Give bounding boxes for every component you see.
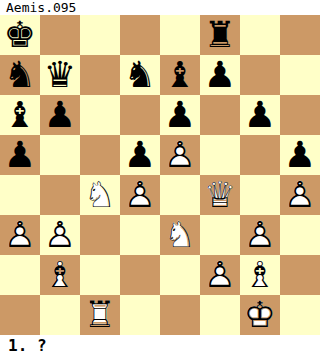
square-d3[interactable] xyxy=(120,215,160,255)
square-b5[interactable] xyxy=(40,135,80,175)
piece-outline-glyph: ♕ xyxy=(200,175,240,215)
square-d6[interactable] xyxy=(120,95,160,135)
square-a3[interactable]: ♟♙ xyxy=(0,215,40,255)
piece-fill-glyph: ♟ xyxy=(200,55,240,95)
square-a7[interactable]: ♞ xyxy=(0,55,40,95)
piece-outline-glyph: ♔ xyxy=(240,295,280,335)
square-c5[interactable] xyxy=(80,135,120,175)
piece-white-knight: ♞♘ xyxy=(160,215,200,255)
piece-black-pawn: ♟ xyxy=(240,95,280,135)
square-e5[interactable]: ♟♙ xyxy=(160,135,200,175)
square-f8[interactable]: ♜ xyxy=(200,15,240,55)
piece-fill-glyph: ♝ xyxy=(160,55,200,95)
piece-white-queen: ♛♕ xyxy=(200,175,240,215)
square-a6[interactable]: ♝ xyxy=(0,95,40,135)
square-b1[interactable] xyxy=(40,295,80,335)
piece-black-pawn: ♟ xyxy=(200,55,240,95)
square-b4[interactable] xyxy=(40,175,80,215)
piece-fill-glyph: ♚ xyxy=(0,15,40,55)
piece-white-knight: ♞♘ xyxy=(80,175,120,215)
piece-white-bishop: ♝♗ xyxy=(240,255,280,295)
move-prompt: 1. ? xyxy=(0,335,320,360)
square-d4[interactable]: ♟♙ xyxy=(120,175,160,215)
piece-outline-glyph: ♙ xyxy=(40,215,80,255)
square-c7[interactable] xyxy=(80,55,120,95)
piece-outline-glyph: ♗ xyxy=(40,255,80,295)
square-g5[interactable] xyxy=(240,135,280,175)
square-b6[interactable]: ♟ xyxy=(40,95,80,135)
piece-white-pawn: ♟♙ xyxy=(200,255,240,295)
piece-white-pawn: ♟♙ xyxy=(280,175,320,215)
piece-black-pawn: ♟ xyxy=(40,95,80,135)
square-f3[interactable] xyxy=(200,215,240,255)
square-d7[interactable]: ♞ xyxy=(120,55,160,95)
piece-fill-glyph: ♟ xyxy=(120,135,160,175)
piece-fill-glyph: ♜ xyxy=(200,15,240,55)
piece-white-pawn: ♟♙ xyxy=(120,175,160,215)
piece-white-pawn: ♟♙ xyxy=(0,215,40,255)
piece-outline-glyph: ♙ xyxy=(0,215,40,255)
square-a8[interactable]: ♚ xyxy=(0,15,40,55)
piece-outline-glyph: ♖ xyxy=(80,295,120,335)
piece-white-pawn: ♟♙ xyxy=(40,215,80,255)
square-g4[interactable] xyxy=(240,175,280,215)
piece-white-rook: ♜♖ xyxy=(80,295,120,335)
square-f5[interactable] xyxy=(200,135,240,175)
square-f4[interactable]: ♛♕ xyxy=(200,175,240,215)
square-c6[interactable] xyxy=(80,95,120,135)
piece-fill-glyph: ♛ xyxy=(40,55,80,95)
piece-black-king: ♚ xyxy=(0,15,40,55)
square-f2[interactable]: ♟♙ xyxy=(200,255,240,295)
square-e4[interactable] xyxy=(160,175,200,215)
piece-outline-glyph: ♙ xyxy=(280,175,320,215)
square-a5[interactable]: ♟ xyxy=(0,135,40,175)
piece-white-pawn: ♟♙ xyxy=(160,135,200,175)
piece-white-bishop: ♝♗ xyxy=(40,255,80,295)
piece-fill-glyph: ♟ xyxy=(240,95,280,135)
square-c4[interactable]: ♞♘ xyxy=(80,175,120,215)
square-f6[interactable] xyxy=(200,95,240,135)
square-c1[interactable]: ♜♖ xyxy=(80,295,120,335)
square-h2[interactable] xyxy=(280,255,320,295)
piece-black-rook: ♜ xyxy=(200,15,240,55)
piece-outline-glyph: ♙ xyxy=(240,215,280,255)
square-g6[interactable]: ♟ xyxy=(240,95,280,135)
square-e3[interactable]: ♞♘ xyxy=(160,215,200,255)
piece-black-knight: ♞ xyxy=(120,55,160,95)
piece-fill-glyph: ♟ xyxy=(0,135,40,175)
piece-outline-glyph: ♙ xyxy=(160,135,200,175)
piece-black-bishop: ♝ xyxy=(160,55,200,95)
piece-fill-glyph: ♞ xyxy=(0,55,40,95)
piece-black-pawn: ♟ xyxy=(0,135,40,175)
square-c2[interactable] xyxy=(80,255,120,295)
piece-fill-glyph: ♝ xyxy=(0,95,40,135)
piece-black-pawn: ♟ xyxy=(160,95,200,135)
square-a4[interactable] xyxy=(0,175,40,215)
square-h5[interactable]: ♟ xyxy=(280,135,320,175)
piece-black-pawn: ♟ xyxy=(280,135,320,175)
square-d2[interactable] xyxy=(120,255,160,295)
square-e7[interactable]: ♝ xyxy=(160,55,200,95)
piece-outline-glyph: ♘ xyxy=(80,175,120,215)
square-b8[interactable] xyxy=(40,15,80,55)
square-b3[interactable]: ♟♙ xyxy=(40,215,80,255)
piece-white-pawn: ♟♙ xyxy=(240,215,280,255)
piece-black-pawn: ♟ xyxy=(120,135,160,175)
square-h4[interactable]: ♟♙ xyxy=(280,175,320,215)
piece-black-queen: ♛ xyxy=(40,55,80,95)
square-h6[interactable] xyxy=(280,95,320,135)
square-g8[interactable] xyxy=(240,15,280,55)
piece-fill-glyph: ♟ xyxy=(280,135,320,175)
square-e2[interactable] xyxy=(160,255,200,295)
square-d1[interactable] xyxy=(120,295,160,335)
piece-black-bishop: ♝ xyxy=(0,95,40,135)
square-g7[interactable] xyxy=(240,55,280,95)
square-g3[interactable]: ♟♙ xyxy=(240,215,280,255)
puzzle-id: Aemis.095 xyxy=(0,0,320,15)
square-c3[interactable] xyxy=(80,215,120,255)
square-a2[interactable] xyxy=(0,255,40,295)
piece-outline-glyph: ♘ xyxy=(160,215,200,255)
square-e1[interactable] xyxy=(160,295,200,335)
square-d8[interactable] xyxy=(120,15,160,55)
square-b2[interactable]: ♝♗ xyxy=(40,255,80,295)
piece-fill-glyph: ♞ xyxy=(120,55,160,95)
chess-board: ♚♜♞♛♞♝♟♝♟♟♟♟♟♟♙♟♞♘♟♙♛♕♟♙♟♙♟♙♞♘♟♙♝♗♟♙♝♗♜♖… xyxy=(0,15,320,335)
piece-fill-glyph: ♟ xyxy=(40,95,80,135)
square-h1[interactable] xyxy=(280,295,320,335)
square-h7[interactable] xyxy=(280,55,320,95)
square-c8[interactable] xyxy=(80,15,120,55)
square-f1[interactable] xyxy=(200,295,240,335)
square-e8[interactable] xyxy=(160,15,200,55)
square-g1[interactable]: ♚♔ xyxy=(240,295,280,335)
square-h3[interactable] xyxy=(280,215,320,255)
piece-outline-glyph: ♙ xyxy=(200,255,240,295)
piece-outline-glyph: ♗ xyxy=(240,255,280,295)
square-e6[interactable]: ♟ xyxy=(160,95,200,135)
square-h8[interactable] xyxy=(280,15,320,55)
square-g2[interactable]: ♝♗ xyxy=(240,255,280,295)
chess-puzzle-window: Aemis.095 ♚♜♞♛♞♝♟♝♟♟♟♟♟♟♙♟♞♘♟♙♛♕♟♙♟♙♟♙♞♘… xyxy=(0,0,320,360)
square-b7[interactable]: ♛ xyxy=(40,55,80,95)
piece-outline-glyph: ♙ xyxy=(120,175,160,215)
piece-white-king: ♚♔ xyxy=(240,295,280,335)
square-f7[interactable]: ♟ xyxy=(200,55,240,95)
square-d5[interactable]: ♟ xyxy=(120,135,160,175)
square-a1[interactable] xyxy=(0,295,40,335)
piece-black-knight: ♞ xyxy=(0,55,40,95)
piece-fill-glyph: ♟ xyxy=(160,95,200,135)
